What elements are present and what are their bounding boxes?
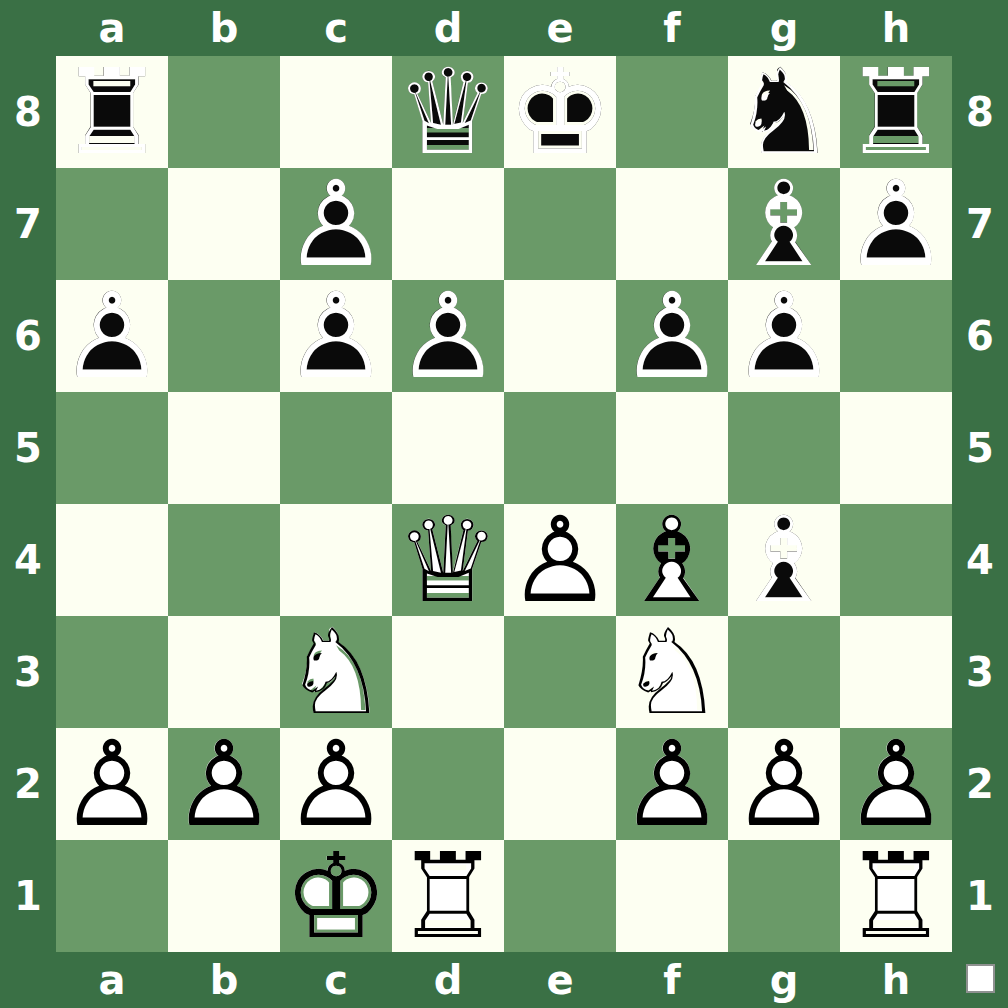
square-h2[interactable]: ♟♙ (840, 728, 952, 840)
square-b4[interactable] (168, 504, 280, 616)
rank-label-2: 2 (952, 728, 1008, 840)
piece-white-pawn-h2[interactable]: ♟♙ (840, 728, 952, 840)
square-h8[interactable]: ♜♖ (840, 56, 952, 168)
square-c1[interactable]: ♚♔ (280, 840, 392, 952)
rank-label-5: 5 (952, 392, 1008, 504)
piece-glyph-outline: ♖ (840, 840, 952, 952)
square-a5[interactable] (56, 392, 168, 504)
piece-white-pawn-b2[interactable]: ♟♙ (168, 728, 280, 840)
square-g3[interactable] (728, 616, 840, 728)
square-g6[interactable]: ♟♙ (728, 280, 840, 392)
square-a3[interactable] (56, 616, 168, 728)
piece-glyph-outline: ♙ (616, 280, 728, 392)
file-label-f: f (616, 952, 728, 1008)
square-e2[interactable] (504, 728, 616, 840)
piece-black-pawn-f6[interactable]: ♟♙ (616, 280, 728, 392)
square-b8[interactable] (168, 56, 280, 168)
square-a7[interactable] (56, 168, 168, 280)
square-e5[interactable] (504, 392, 616, 504)
square-b5[interactable] (168, 392, 280, 504)
piece-white-king-c1[interactable]: ♚♔ (280, 840, 392, 952)
square-f4[interactable]: ♝♗ (616, 504, 728, 616)
square-h7[interactable]: ♟♙ (840, 168, 952, 280)
square-e8[interactable]: ♚♔ (504, 56, 616, 168)
piece-glyph-outline: ♙ (616, 728, 728, 840)
piece-glyph-outline: ♖ (56, 56, 168, 168)
square-f6[interactable]: ♟♙ (616, 280, 728, 392)
rank-label-7: 7 (0, 168, 56, 280)
piece-black-queen-d8[interactable]: ♛♕ (392, 56, 504, 168)
piece-white-rook-h1[interactable]: ♜♖ (840, 840, 952, 952)
square-c7[interactable]: ♟♙ (280, 168, 392, 280)
square-d6[interactable]: ♟♙ (392, 280, 504, 392)
rank-label-3: 3 (0, 616, 56, 728)
piece-black-pawn-a6[interactable]: ♟♙ (56, 280, 168, 392)
piece-white-queen-d4[interactable]: ♛♕ (392, 504, 504, 616)
piece-white-pawn-a2[interactable]: ♟♙ (56, 728, 168, 840)
square-h3[interactable] (840, 616, 952, 728)
rank-label-8: 8 (0, 56, 56, 168)
piece-black-pawn-c6[interactable]: ♟♙ (280, 280, 392, 392)
square-d3[interactable] (392, 616, 504, 728)
square-g8[interactable]: ♞♘ (728, 56, 840, 168)
board-grid: ♜♖♛♕♚♔♞♘♜♖♟♙♝♗♟♙♟♙♟♙♟♙♟♙♟♙♛♕♟♙♝♗♝♗♞♘♞♘♟♙… (56, 56, 952, 952)
square-e4[interactable]: ♟♙ (504, 504, 616, 616)
piece-white-pawn-f2[interactable]: ♟♙ (616, 728, 728, 840)
piece-glyph-outline: ♙ (840, 728, 952, 840)
square-e6[interactable] (504, 280, 616, 392)
square-a1[interactable] (56, 840, 168, 952)
square-f5[interactable] (616, 392, 728, 504)
square-c4[interactable] (280, 504, 392, 616)
piece-glyph-outline: ♙ (168, 728, 280, 840)
square-c5[interactable] (280, 392, 392, 504)
file-label-e: e (504, 952, 616, 1008)
rank-label-8: 8 (952, 56, 1008, 168)
piece-glyph-outline: ♔ (280, 840, 392, 952)
piece-white-knight-f3[interactable]: ♞♘ (616, 616, 728, 728)
piece-white-pawn-g2[interactable]: ♟♙ (728, 728, 840, 840)
piece-white-bishop-f4[interactable]: ♝♗ (616, 504, 728, 616)
piece-black-knight-g8[interactable]: ♞♘ (728, 56, 840, 168)
file-label-b: b (168, 952, 280, 1008)
rank-label-6: 6 (952, 280, 1008, 392)
square-b2[interactable]: ♟♙ (168, 728, 280, 840)
square-h1[interactable]: ♜♖ (840, 840, 952, 952)
rank-labels-right: 87654321 (952, 56, 1008, 952)
square-c6[interactable]: ♟♙ (280, 280, 392, 392)
piece-glyph-outline: ♙ (840, 168, 952, 280)
piece-black-rook-h8[interactable]: ♜♖ (840, 56, 952, 168)
piece-black-rook-a8[interactable]: ♜♖ (56, 56, 168, 168)
file-label-a: a (56, 952, 168, 1008)
square-c3[interactable]: ♞♘ (280, 616, 392, 728)
piece-white-knight-c3[interactable]: ♞♘ (280, 616, 392, 728)
square-d7[interactable] (392, 168, 504, 280)
square-a8[interactable]: ♜♖ (56, 56, 168, 168)
piece-black-king-e8[interactable]: ♚♔ (504, 56, 616, 168)
piece-glyph-outline: ♕ (392, 504, 504, 616)
piece-glyph-outline: ♔ (504, 56, 616, 168)
square-a4[interactable] (56, 504, 168, 616)
piece-glyph-outline: ♖ (392, 840, 504, 952)
piece-black-pawn-g6[interactable]: ♟♙ (728, 280, 840, 392)
file-label-f: f (616, 0, 728, 56)
file-label-b: b (168, 0, 280, 56)
square-g2[interactable]: ♟♙ (728, 728, 840, 840)
square-a2[interactable]: ♟♙ (56, 728, 168, 840)
piece-glyph-outline: ♘ (728, 56, 840, 168)
piece-glyph-outline: ♙ (280, 728, 392, 840)
rank-label-6: 6 (0, 280, 56, 392)
piece-black-pawn-d6[interactable]: ♟♙ (392, 280, 504, 392)
square-c8[interactable] (280, 56, 392, 168)
piece-glyph-outline: ♙ (728, 728, 840, 840)
piece-white-rook-d1[interactable]: ♜♖ (392, 840, 504, 952)
square-e7[interactable] (504, 168, 616, 280)
piece-glyph-outline: ♙ (280, 168, 392, 280)
piece-glyph-outline: ♖ (840, 56, 952, 168)
square-b1[interactable] (168, 840, 280, 952)
square-f7[interactable] (616, 168, 728, 280)
square-g7[interactable]: ♝♗ (728, 168, 840, 280)
piece-glyph-outline: ♙ (56, 728, 168, 840)
square-b7[interactable] (168, 168, 280, 280)
piece-white-pawn-c2[interactable]: ♟♙ (280, 728, 392, 840)
rank-label-1: 1 (952, 840, 1008, 952)
white-to-move-indicator (966, 964, 995, 993)
piece-glyph-outline: ♘ (280, 616, 392, 728)
square-h6[interactable] (840, 280, 952, 392)
rank-label-7: 7 (952, 168, 1008, 280)
piece-glyph-outline: ♗ (616, 504, 728, 616)
square-d1[interactable]: ♜♖ (392, 840, 504, 952)
square-h4[interactable] (840, 504, 952, 616)
piece-glyph-outline: ♙ (56, 280, 168, 392)
rank-labels-left: 87654321 (0, 56, 56, 952)
square-e3[interactable] (504, 616, 616, 728)
square-c2[interactable]: ♟♙ (280, 728, 392, 840)
square-f3[interactable]: ♞♘ (616, 616, 728, 728)
chess-board-frame: abcdefgh abcdefgh 87654321 87654321 ♜♖♛♕… (0, 0, 1008, 1008)
square-f1[interactable] (616, 840, 728, 952)
piece-black-bishop-g7[interactable]: ♝♗ (728, 168, 840, 280)
piece-white-pawn-e4[interactable]: ♟♙ (504, 504, 616, 616)
square-g1[interactable] (728, 840, 840, 952)
piece-black-pawn-h7[interactable]: ♟♙ (840, 168, 952, 280)
square-g4[interactable]: ♝♗ (728, 504, 840, 616)
piece-glyph-outline: ♙ (728, 280, 840, 392)
file-labels-bottom: abcdefgh (56, 952, 952, 1008)
square-d8[interactable]: ♛♕ (392, 56, 504, 168)
file-label-c: c (280, 0, 392, 56)
square-d5[interactable] (392, 392, 504, 504)
rank-label-4: 4 (952, 504, 1008, 616)
rank-label-2: 2 (0, 728, 56, 840)
square-e1[interactable] (504, 840, 616, 952)
square-f2[interactable]: ♟♙ (616, 728, 728, 840)
piece-glyph-outline: ♙ (280, 280, 392, 392)
square-f8[interactable] (616, 56, 728, 168)
piece-glyph-outline: ♗ (728, 504, 840, 616)
square-b6[interactable] (168, 280, 280, 392)
square-d4[interactable]: ♛♕ (392, 504, 504, 616)
piece-glyph-outline: ♕ (392, 56, 504, 168)
square-a6[interactable]: ♟♙ (56, 280, 168, 392)
piece-glyph-outline: ♗ (728, 168, 840, 280)
square-b3[interactable] (168, 616, 280, 728)
rank-label-5: 5 (0, 392, 56, 504)
file-label-g: g (728, 952, 840, 1008)
rank-label-3: 3 (952, 616, 1008, 728)
piece-black-pawn-c7[interactable]: ♟♙ (280, 168, 392, 280)
piece-glyph-outline: ♙ (504, 504, 616, 616)
square-d2[interactable] (392, 728, 504, 840)
square-g5[interactable] (728, 392, 840, 504)
square-h5[interactable] (840, 392, 952, 504)
rank-label-4: 4 (0, 504, 56, 616)
piece-glyph-outline: ♘ (616, 616, 728, 728)
rank-label-1: 1 (0, 840, 56, 952)
piece-glyph-outline: ♙ (392, 280, 504, 392)
piece-black-bishop-g4[interactable]: ♝♗ (728, 504, 840, 616)
